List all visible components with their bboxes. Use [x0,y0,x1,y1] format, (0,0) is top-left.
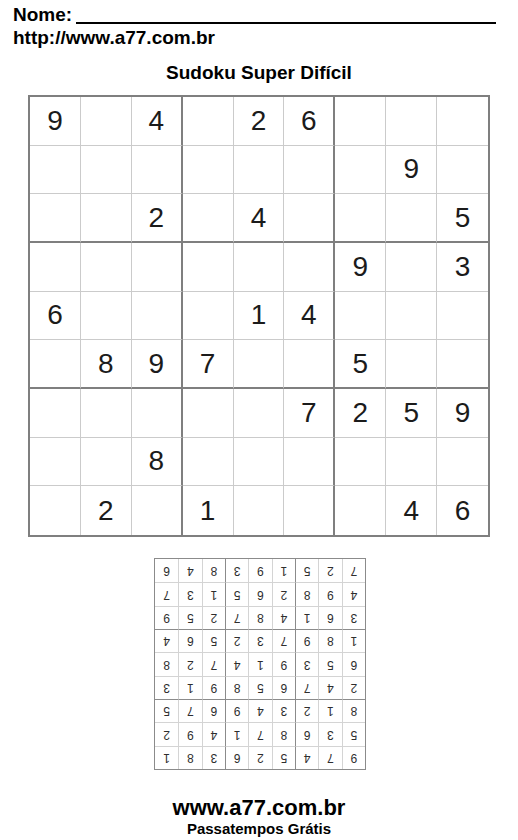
cell-r6c3: 9 [132,340,183,389]
cell-r9c7 [335,486,386,535]
cell-r1c5: 2 [234,97,285,146]
cell-r5c6: 4 [284,292,335,341]
solution-cell-r4c4: 6 [272,676,295,699]
solution-cell-r7c6: 7 [225,606,248,629]
solution-cell-r7c1: 3 [342,606,365,629]
solution-cell-r1c1: 9 [342,746,365,769]
footer-site: www.a77.com.br [0,795,518,821]
puzzle-title: Sudoku Super Difícil [0,62,518,84]
solution-cell-r7c7: 2 [202,606,225,629]
cell-r2c9 [437,146,488,195]
cell-r3c9: 5 [437,194,488,243]
solution-cell-r9c9: 6 [155,559,178,582]
solution-cell-r5c8: 2 [178,652,201,675]
solution-cell-r2c1: 5 [342,722,365,745]
cell-r8c2 [81,438,132,487]
solution-cell-r6c1: 1 [342,629,365,652]
cell-r7c6: 7 [284,389,335,438]
site-url: http://www.a77.com.br [13,27,215,49]
cell-r1c2 [81,97,132,146]
cell-r9c3 [132,486,183,535]
cell-r9c2: 2 [81,486,132,535]
solution-cell-r9c7: 8 [202,559,225,582]
cell-r8c1 [30,438,81,487]
solution-cell-r1c6: 6 [225,746,248,769]
cell-r5c7 [335,292,386,341]
cell-r8c9 [437,438,488,487]
solution-cell-r2c8: 9 [178,722,201,745]
cell-r7c8: 5 [386,389,437,438]
cell-r6c6 [284,340,335,389]
solution-cell-r5c1: 6 [342,652,365,675]
solution-cell-r8c2: 9 [318,582,341,605]
cell-r3c6 [284,194,335,243]
solution-cell-r5c3: 3 [295,652,318,675]
solution-cell-r2c7: 4 [202,722,225,745]
solution-cell-r1c8: 8 [178,746,201,769]
cell-r2c6 [284,146,335,195]
solution-cell-r8c7: 1 [202,582,225,605]
solution-cell-r3c1: 8 [342,699,365,722]
cell-r4c9: 3 [437,243,488,292]
solution-cell-r3c2: 1 [318,699,341,722]
cell-r3c7 [335,194,386,243]
cell-r9c8: 4 [386,486,437,535]
cell-r7c2 [81,389,132,438]
solution-cell-r3c9: 5 [155,699,178,722]
cell-r5c4 [183,292,234,341]
solution-cell-r5c7: 7 [202,652,225,675]
solution-cell-r6c8: 6 [178,629,201,652]
solution-cell-r7c2: 6 [318,606,341,629]
solution-cell-r2c5: 7 [248,722,271,745]
solution-cell-r7c9: 9 [155,606,178,629]
cell-r4c8 [386,243,437,292]
cell-r6c9 [437,340,488,389]
solution-cell-r6c4: 7 [272,629,295,652]
solution-cell-r9c2: 2 [318,559,341,582]
solution-cell-r6c5: 3 [248,629,271,652]
solution-cell-r1c5: 2 [248,746,271,769]
solution-cell-r8c5: 6 [248,582,271,605]
solution-cell-r4c1: 2 [342,676,365,699]
solution-cell-r1c7: 3 [202,746,225,769]
solution-cell-r3c3: 2 [295,699,318,722]
cell-r2c1 [30,146,81,195]
cell-r5c9 [437,292,488,341]
solution-cell-r2c2: 3 [318,722,341,745]
solution-cell-r4c6: 8 [225,676,248,699]
solution-cell-r7c4: 4 [272,606,295,629]
cell-r7c7: 2 [335,389,386,438]
cell-r1c3: 4 [132,97,183,146]
cell-r1c6: 6 [284,97,335,146]
solution-cell-r1c2: 7 [318,746,341,769]
solution-cell-r3c6: 9 [225,699,248,722]
cell-r8c5 [234,438,285,487]
cell-r8c7 [335,438,386,487]
solution-cell-r9c4: 1 [272,559,295,582]
cell-r9c4: 1 [183,486,234,535]
cell-r4c6 [284,243,335,292]
cell-r8c3: 8 [132,438,183,487]
cell-r3c1 [30,194,81,243]
solution-cell-r6c2: 8 [318,629,341,652]
solution-cell-r3c4: 3 [272,699,295,722]
cell-r3c4 [183,194,234,243]
solution-cell-r9c1: 7 [342,559,365,582]
solution-cell-r8c9: 7 [155,582,178,605]
cell-r7c9: 9 [437,389,488,438]
solution-cell-r2c9: 2 [155,722,178,745]
cell-r1c1: 9 [30,97,81,146]
cell-r9c5 [234,486,285,535]
cell-r6c5 [234,340,285,389]
cell-r4c3 [132,243,183,292]
cell-r2c8: 9 [386,146,437,195]
solution-cell-r4c5: 5 [248,676,271,699]
solution-cell-r1c9: 1 [155,746,178,769]
solution-cell-r2c4: 8 [272,722,295,745]
cell-r3c8 [386,194,437,243]
solution-cell-r9c5: 9 [248,559,271,582]
cell-r8c8 [386,438,437,487]
cell-r3c2 [81,194,132,243]
cell-r2c4 [183,146,234,195]
solution-cell-r2c6: 1 [225,722,248,745]
solution-cell-r4c2: 4 [318,676,341,699]
cell-r4c5 [234,243,285,292]
solution-cell-r9c6: 3 [225,559,248,582]
cell-r7c3 [132,389,183,438]
cell-r6c7: 5 [335,340,386,389]
solution-cell-r5c9: 8 [155,652,178,675]
cell-r6c4: 7 [183,340,234,389]
solution-cell-r7c8: 5 [178,606,201,629]
cell-r5c2 [81,292,132,341]
solution-cell-r9c8: 4 [178,559,201,582]
solution-cell-r1c3: 4 [295,746,318,769]
cell-r5c3 [132,292,183,341]
solution-cell-r6c9: 4 [155,629,178,652]
cell-r9c1 [30,486,81,535]
cell-r9c9: 6 [437,486,488,535]
cell-r1c9 [437,97,488,146]
solution-cell-r3c7: 6 [202,699,225,722]
solution-cell-r9c3: 5 [295,559,318,582]
cell-r2c7 [335,146,386,195]
cell-r4c1 [30,243,81,292]
cell-r3c3: 2 [132,194,183,243]
cell-r6c1 [30,340,81,389]
cell-r5c1: 6 [30,292,81,341]
name-fill-line [76,1,496,24]
footer-tagline: Passatempos Grátis [0,820,518,837]
solution-cell-r4c8: 1 [178,676,201,699]
solution-cell-r6c6: 2 [225,629,248,652]
cell-r7c4 [183,389,234,438]
cell-r9c6 [284,486,335,535]
worksheet-page: Nome: http://www.a77.com.br Sudoku Super… [0,0,518,840]
solution-cell-r5c5: 1 [248,652,271,675]
sudoku-solution-board-rotated: 9745263815368714928123496752476589136539… [154,558,366,770]
cell-r8c6 [284,438,335,487]
solution-cell-r7c5: 8 [248,606,271,629]
cell-r5c5: 1 [234,292,285,341]
cell-r2c2 [81,146,132,195]
cell-r4c7: 9 [335,243,386,292]
cell-r1c8 [386,97,437,146]
cell-r2c5 [234,146,285,195]
solution-cell-r6c7: 5 [202,629,225,652]
solution-cell-r8c1: 4 [342,582,365,605]
solution-cell-r8c8: 3 [178,582,201,605]
cell-r1c4 [183,97,234,146]
solution-cell-r5c2: 5 [318,652,341,675]
cell-r4c4 [183,243,234,292]
cell-r1c7 [335,97,386,146]
solution-cell-r5c4: 9 [272,652,295,675]
solution-cell-r2c3: 6 [295,722,318,745]
solution-cell-r5c6: 4 [225,652,248,675]
solution-cell-r1c4: 5 [272,746,295,769]
cell-r4c2 [81,243,132,292]
solution-cell-r4c3: 7 [295,676,318,699]
solution-cell-r4c7: 9 [202,676,225,699]
sudoku-board: 94269245936148975725982146 [28,95,490,537]
solution-cell-r8c4: 2 [272,582,295,605]
solution-cell-r6c3: 9 [295,629,318,652]
solution-cell-r8c6: 5 [225,582,248,605]
cell-r7c1 [30,389,81,438]
solution-cell-r8c3: 8 [295,582,318,605]
solution-cell-r7c3: 1 [295,606,318,629]
cell-r2c3 [132,146,183,195]
cell-r6c2: 8 [81,340,132,389]
solution-cell-r3c5: 4 [248,699,271,722]
cell-r6c8 [386,340,437,389]
cell-r5c8 [386,292,437,341]
cell-r8c4 [183,438,234,487]
name-label: Nome: [13,4,72,26]
cell-r7c5 [234,389,285,438]
solution-cell-r4c9: 3 [155,676,178,699]
solution-cell-r3c8: 7 [178,699,201,722]
cell-r3c5: 4 [234,194,285,243]
